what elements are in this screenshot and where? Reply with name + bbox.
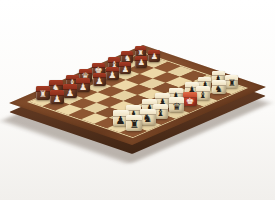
- chess-set-photo: ♜♞♝♛♚♝♞♜♟♟♟♟♟♟♟♟♟♟♟♟♟♟♟♟♜♞♝♛♚♝♞♜: [0, 0, 275, 200]
